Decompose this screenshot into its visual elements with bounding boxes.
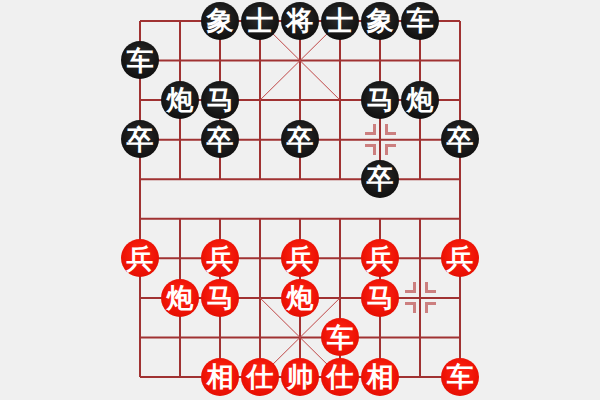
piece-char: 炮 [407,86,434,113]
piece-char: 仕 [247,363,274,390]
piece-red-cannon[interactable]: 炮 [161,279,199,317]
piece-char: 车 [327,324,354,351]
piece-char: 相 [207,363,234,390]
piece-red-soldier[interactable]: 兵 [361,239,399,277]
piece-char: 士 [327,7,354,34]
piece-black-soldier[interactable]: 卒 [121,120,159,158]
piece-char: 兵 [127,245,154,272]
marker-corner [385,124,396,135]
piece-char: 炮 [167,284,194,311]
piece-char: 炮 [287,284,314,311]
piece-red-horse[interactable]: 马 [201,279,239,317]
piece-red-horse[interactable]: 马 [361,279,399,317]
piece-red-elephant[interactable]: 相 [201,358,239,396]
marker-corner [365,144,376,155]
piece-black-soldier[interactable]: 卒 [441,120,479,158]
piece-black-soldier[interactable]: 卒 [281,120,319,158]
marker-corner [405,302,416,313]
marker-corner [385,144,396,155]
piece-red-advisor[interactable]: 仕 [321,358,359,396]
piece-black-advisor[interactable]: 士 [241,2,279,40]
piece-red-soldier[interactable]: 兵 [441,239,479,277]
piece-black-advisor[interactable]: 士 [321,2,359,40]
piece-red-soldier[interactable]: 兵 [121,239,159,277]
piece-char: 兵 [287,245,314,272]
piece-black-cannon[interactable]: 炮 [401,81,439,119]
piece-char: 马 [367,284,394,311]
marker-corner [365,124,376,135]
piece-char: 仕 [327,363,354,390]
last-move-marker [365,124,396,155]
piece-red-soldier[interactable]: 兵 [201,239,239,277]
piece-char: 车 [447,363,474,390]
piece-char: 兵 [447,245,474,272]
piece-char: 兵 [207,245,234,272]
piece-char: 将 [287,7,314,34]
piece-black-horse[interactable]: 马 [361,81,399,119]
piece-black-chariot[interactable]: 车 [401,2,439,40]
piece-black-elephant[interactable]: 象 [361,2,399,40]
xiangqi-board-app: 象士将士象车车炮马马炮卒卒卒卒卒兵兵兵兵兵炮马炮马车相仕帅仕相车 [0,0,600,400]
board-grid[interactable]: 象士将士象车车炮马马炮卒卒卒卒卒兵兵兵兵兵炮马炮马车相仕帅仕相车 [120,1,480,396]
piece-char: 卒 [127,126,154,153]
piece-black-chariot[interactable]: 车 [121,41,159,79]
piece-black-elephant[interactable]: 象 [201,2,239,40]
piece-red-soldier[interactable]: 兵 [281,239,319,277]
piece-char: 相 [367,363,394,390]
piece-red-advisor[interactable]: 仕 [241,358,279,396]
piece-char: 兵 [367,245,394,272]
piece-black-general[interactable]: 将 [281,2,319,40]
piece-red-cannon[interactable]: 炮 [281,279,319,317]
piece-red-elephant[interactable]: 相 [361,358,399,396]
last-move-marker [405,282,436,313]
piece-black-soldier[interactable]: 卒 [361,160,399,198]
piece-red-chariot[interactable]: 车 [441,358,479,396]
piece-char: 象 [207,7,234,34]
piece-char: 卒 [207,126,234,153]
piece-char: 车 [407,7,434,34]
piece-char: 士 [247,7,274,34]
piece-char: 车 [127,47,154,74]
piece-red-chariot[interactable]: 车 [321,318,359,356]
piece-char: 马 [367,86,394,113]
marker-corner [405,282,416,293]
piece-char: 卒 [367,165,394,192]
piece-char: 马 [207,86,234,113]
piece-black-soldier[interactable]: 卒 [201,120,239,158]
piece-char: 帅 [287,363,314,390]
piece-char: 炮 [167,86,194,113]
piece-char: 马 [207,284,234,311]
piece-red-general[interactable]: 帅 [281,358,319,396]
piece-black-cannon[interactable]: 炮 [161,81,199,119]
piece-char: 卒 [447,126,474,153]
piece-char: 卒 [287,126,314,153]
piece-char: 象 [367,7,394,34]
marker-corner [425,282,436,293]
marker-corner [425,302,436,313]
piece-black-horse[interactable]: 马 [201,81,239,119]
